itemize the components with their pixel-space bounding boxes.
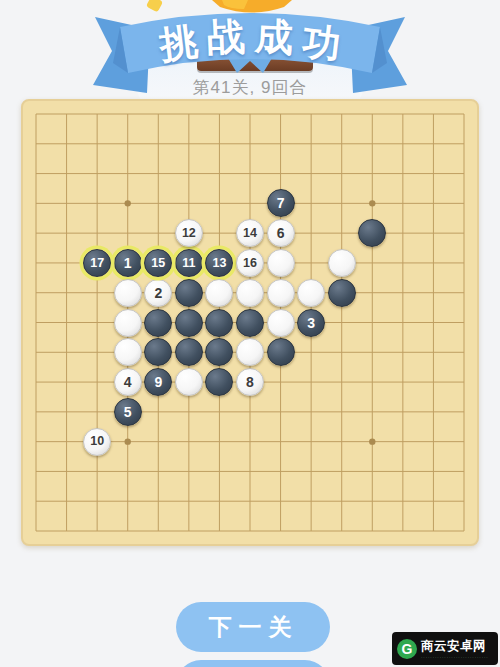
- white-stone: [297, 279, 325, 307]
- black-stone: [267, 338, 295, 366]
- black-stone-move-3: 3: [297, 309, 325, 337]
- watermark-badge: G 商云安卓网 ·····························: [392, 632, 498, 665]
- white-stone: [175, 368, 203, 396]
- black-stone-move-1: 1: [114, 249, 142, 277]
- white-stone-move-10: 10: [83, 428, 111, 456]
- white-stone: [114, 279, 142, 307]
- secondary-button-partial[interactable]: [176, 660, 330, 667]
- gomoku-board[interactable]: 1234567891011121314151617: [21, 99, 479, 546]
- white-stone-move-8: 8: [236, 368, 264, 396]
- app-screen: 挑战成功 第41关, 9回合 1234567891011121314151617…: [0, 0, 500, 667]
- banner-subtitle: 第41关, 9回合: [0, 76, 500, 99]
- black-stone-move-17: 17: [83, 249, 111, 277]
- white-stone: [205, 279, 233, 307]
- white-stone: [114, 338, 142, 366]
- black-stone: [175, 279, 203, 307]
- white-stone: [267, 309, 295, 337]
- white-stone-move-2: 2: [144, 279, 172, 307]
- white-stone-move-12: 12: [175, 219, 203, 247]
- white-stone: [236, 279, 264, 307]
- white-stone-move-16: 16: [236, 249, 264, 277]
- black-stone: [175, 309, 203, 337]
- next-level-button[interactable]: 下一关: [176, 602, 330, 652]
- black-stone: [236, 309, 264, 337]
- banner-title: 挑战成功: [0, 14, 500, 65]
- watermark-subtext: ·····························: [421, 655, 489, 660]
- white-stone-move-14: 14: [236, 219, 264, 247]
- white-stone: [114, 309, 142, 337]
- white-stone: [267, 249, 295, 277]
- watermark-logo-icon: G: [397, 639, 417, 659]
- black-stone: [205, 309, 233, 337]
- black-stone: [328, 279, 356, 307]
- black-stone-move-7: 7: [267, 189, 295, 217]
- black-stone: [175, 338, 203, 366]
- watermark-label: 商云安卓网: [421, 638, 489, 655]
- black-stone: [144, 309, 172, 337]
- white-stone: [328, 249, 356, 277]
- black-stone-move-5: 5: [114, 398, 142, 426]
- white-stone-move-6: 6: [267, 219, 295, 247]
- white-stone: [267, 279, 295, 307]
- black-stone-move-11: 11: [175, 249, 203, 277]
- white-stone-move-4: 4: [114, 368, 142, 396]
